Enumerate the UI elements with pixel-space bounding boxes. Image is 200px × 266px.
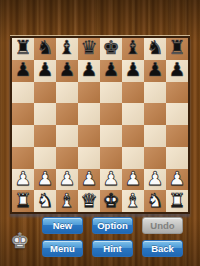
square-d2[interactable]: ♟ — [78, 169, 100, 191]
square-b6[interactable] — [34, 82, 56, 104]
square-e1[interactable]: ♚ — [100, 190, 122, 212]
chess-board[interactable]: ♜♞♝♛♚♝♞♜♟♟♟♟♟♟♟♟♟♟♟♟♟♟♟♟♜♞♝♛♚♝♞♜ — [10, 36, 190, 214]
square-e7[interactable]: ♟ — [100, 60, 122, 82]
square-c3[interactable] — [56, 147, 78, 169]
white-pawn: ♟ — [80, 169, 97, 188]
square-f6[interactable] — [122, 82, 144, 104]
square-h5[interactable] — [166, 103, 188, 125]
square-f1[interactable]: ♝ — [122, 190, 144, 212]
option-button[interactable]: Option — [92, 217, 133, 234]
square-a8[interactable]: ♜ — [12, 38, 34, 60]
square-d8[interactable]: ♛ — [78, 38, 100, 60]
square-b2[interactable]: ♟ — [34, 169, 56, 191]
square-a1[interactable]: ♜ — [12, 190, 34, 212]
white-pawn: ♟ — [36, 169, 53, 188]
white-king: ♚ — [102, 191, 119, 210]
white-rook: ♜ — [168, 191, 185, 210]
chess-app-screen: ♜♞♝♛♚♝♞♜♟♟♟♟♟♟♟♟♟♟♟♟♟♟♟♟♜♞♝♛♚♝♞♜ ♚ New O… — [0, 0, 200, 266]
white-pawn: ♟ — [168, 169, 185, 188]
black-pawn: ♟ — [146, 60, 163, 79]
white-pawn: ♟ — [14, 169, 31, 188]
square-f2[interactable]: ♟ — [122, 169, 144, 191]
square-f7[interactable]: ♟ — [122, 60, 144, 82]
square-g5[interactable] — [144, 103, 166, 125]
black-pawn: ♟ — [102, 60, 119, 79]
square-f8[interactable]: ♝ — [122, 38, 144, 60]
square-c2[interactable]: ♟ — [56, 169, 78, 191]
square-a4[interactable] — [12, 125, 34, 147]
square-g7[interactable]: ♟ — [144, 60, 166, 82]
black-pawn: ♟ — [14, 60, 31, 79]
square-f4[interactable] — [122, 125, 144, 147]
square-d6[interactable] — [78, 82, 100, 104]
square-g2[interactable]: ♟ — [144, 169, 166, 191]
white-queen: ♛ — [80, 191, 97, 210]
square-e4[interactable] — [100, 125, 122, 147]
new-button[interactable]: New — [42, 217, 83, 234]
square-a3[interactable] — [12, 147, 34, 169]
square-e5[interactable] — [100, 103, 122, 125]
square-b1[interactable]: ♞ — [34, 190, 56, 212]
square-g1[interactable]: ♞ — [144, 190, 166, 212]
black-pawn: ♟ — [58, 60, 75, 79]
white-pawn: ♟ — [58, 169, 75, 188]
black-pawn: ♟ — [80, 60, 97, 79]
square-d4[interactable] — [78, 125, 100, 147]
square-b3[interactable] — [34, 147, 56, 169]
square-h8[interactable]: ♜ — [166, 38, 188, 60]
square-e8[interactable]: ♚ — [100, 38, 122, 60]
square-f3[interactable] — [122, 147, 144, 169]
black-king: ♚ — [102, 38, 119, 57]
square-c6[interactable] — [56, 82, 78, 104]
white-bishop: ♝ — [58, 191, 75, 210]
square-a7[interactable]: ♟ — [12, 60, 34, 82]
black-rook: ♜ — [168, 38, 185, 57]
white-knight: ♞ — [146, 191, 163, 210]
square-g8[interactable]: ♞ — [144, 38, 166, 60]
menu-button[interactable]: Menu — [42, 240, 83, 257]
black-pawn: ♟ — [168, 60, 185, 79]
square-b7[interactable]: ♟ — [34, 60, 56, 82]
white-rook: ♜ — [14, 191, 31, 210]
undo-button[interactable]: Undo — [142, 217, 183, 234]
square-b4[interactable] — [34, 125, 56, 147]
square-f5[interactable] — [122, 103, 144, 125]
square-b8[interactable]: ♞ — [34, 38, 56, 60]
square-g4[interactable] — [144, 125, 166, 147]
white-pawn: ♟ — [146, 169, 163, 188]
square-d7[interactable]: ♟ — [78, 60, 100, 82]
black-bishop: ♝ — [58, 38, 75, 57]
turn-indicator-white-king-icon: ♚ — [8, 229, 32, 253]
square-h2[interactable]: ♟ — [166, 169, 188, 191]
black-pawn: ♟ — [36, 60, 53, 79]
square-e3[interactable] — [100, 147, 122, 169]
square-a5[interactable] — [12, 103, 34, 125]
button-panel: New Option Undo Menu Hint Back — [42, 217, 183, 257]
square-h7[interactable]: ♟ — [166, 60, 188, 82]
square-g3[interactable] — [144, 147, 166, 169]
white-bishop: ♝ — [124, 191, 141, 210]
square-c5[interactable] — [56, 103, 78, 125]
white-pawn: ♟ — [124, 169, 141, 188]
black-rook: ♜ — [14, 38, 31, 57]
square-c1[interactable]: ♝ — [56, 190, 78, 212]
square-b5[interactable] — [34, 103, 56, 125]
square-c8[interactable]: ♝ — [56, 38, 78, 60]
square-h1[interactable]: ♜ — [166, 190, 188, 212]
white-pawn: ♟ — [102, 169, 119, 188]
square-a6[interactable] — [12, 82, 34, 104]
square-h4[interactable] — [166, 125, 188, 147]
square-e2[interactable]: ♟ — [100, 169, 122, 191]
black-bishop: ♝ — [124, 38, 141, 57]
square-d1[interactable]: ♛ — [78, 190, 100, 212]
black-pawn: ♟ — [124, 60, 141, 79]
square-e6[interactable] — [100, 82, 122, 104]
hint-button[interactable]: Hint — [92, 240, 133, 257]
square-c4[interactable] — [56, 125, 78, 147]
black-queen: ♛ — [80, 38, 97, 57]
square-h3[interactable] — [166, 147, 188, 169]
square-d3[interactable] — [78, 147, 100, 169]
white-knight: ♞ — [36, 191, 53, 210]
square-c7[interactable]: ♟ — [56, 60, 78, 82]
black-knight: ♞ — [146, 38, 163, 57]
back-button[interactable]: Back — [142, 240, 183, 257]
square-a2[interactable]: ♟ — [12, 169, 34, 191]
square-g6[interactable] — [144, 82, 166, 104]
square-d5[interactable] — [78, 103, 100, 125]
black-knight: ♞ — [36, 38, 53, 57]
square-h6[interactable] — [166, 82, 188, 104]
